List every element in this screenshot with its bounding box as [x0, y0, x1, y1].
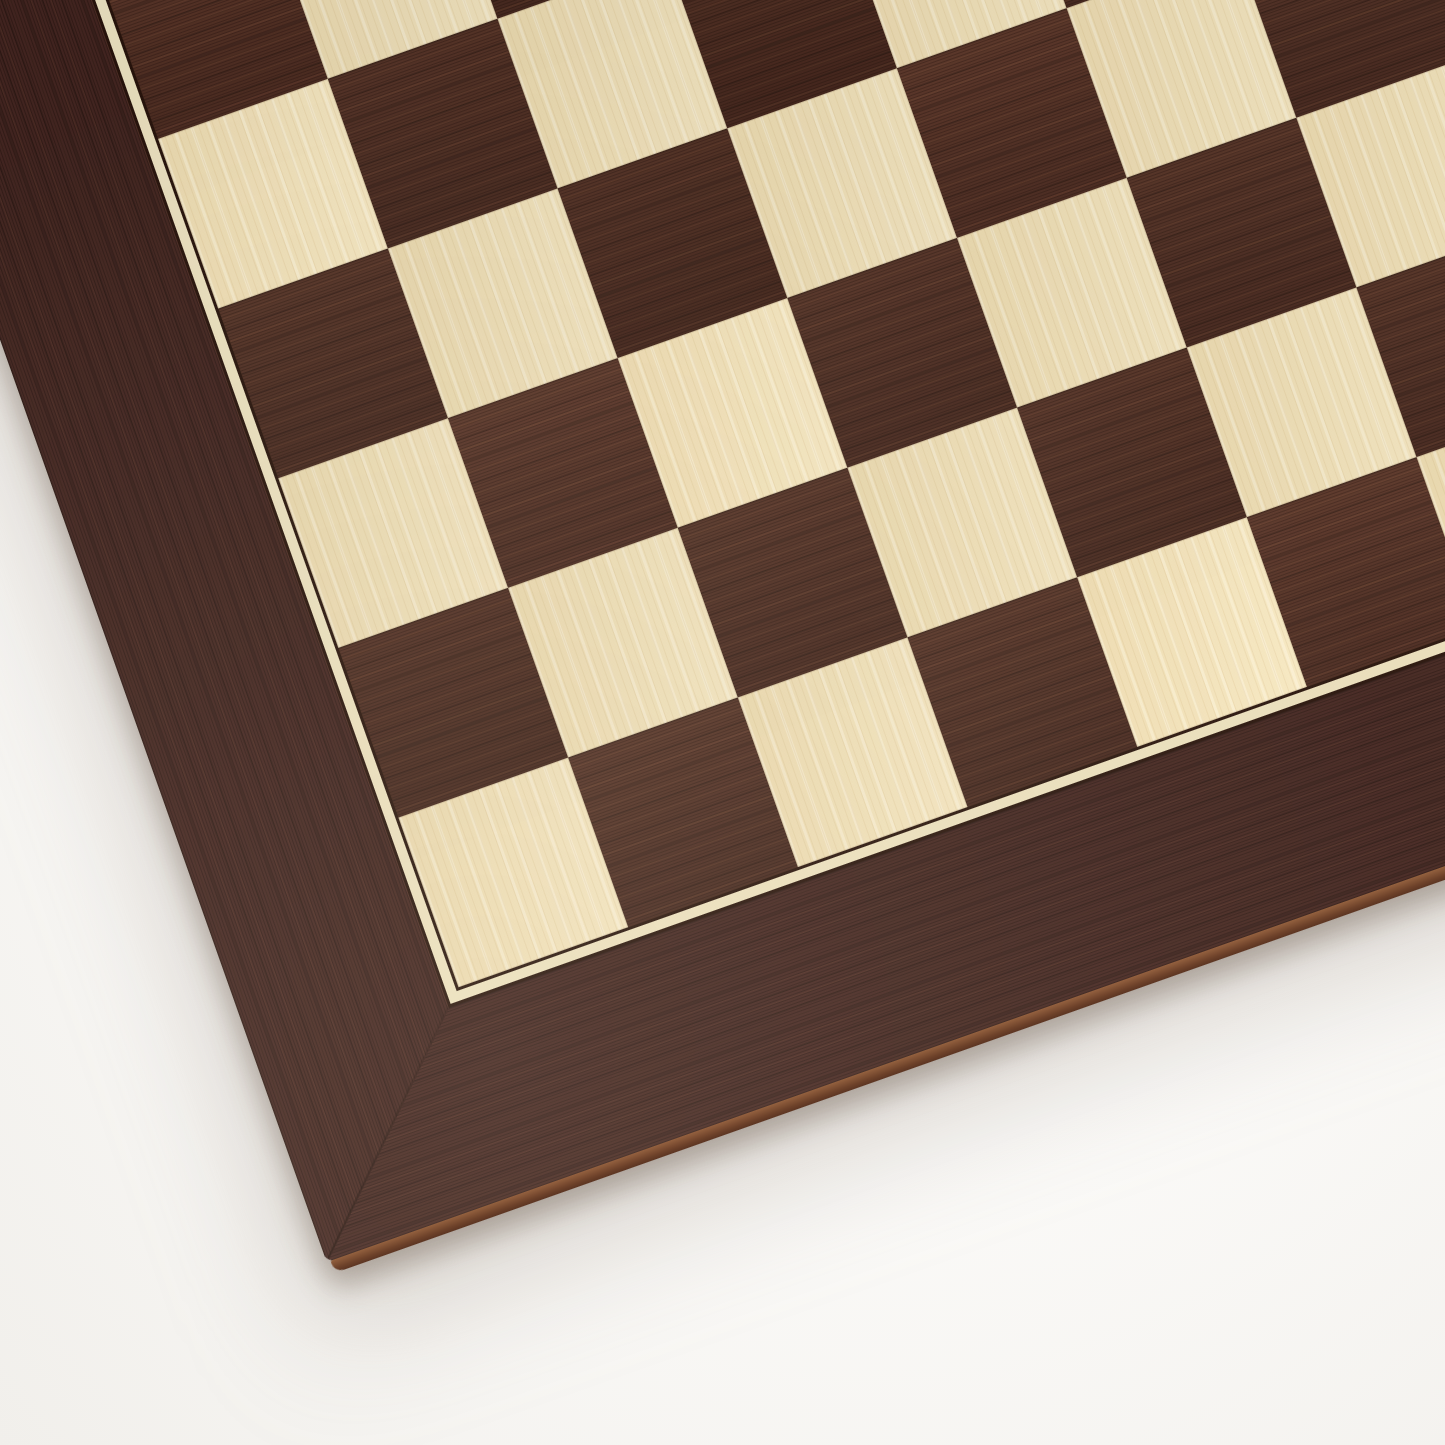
chessboard [0, 0, 1445, 1263]
photo-stage [0, 0, 1445, 1445]
board-top-face [0, 0, 1445, 1263]
